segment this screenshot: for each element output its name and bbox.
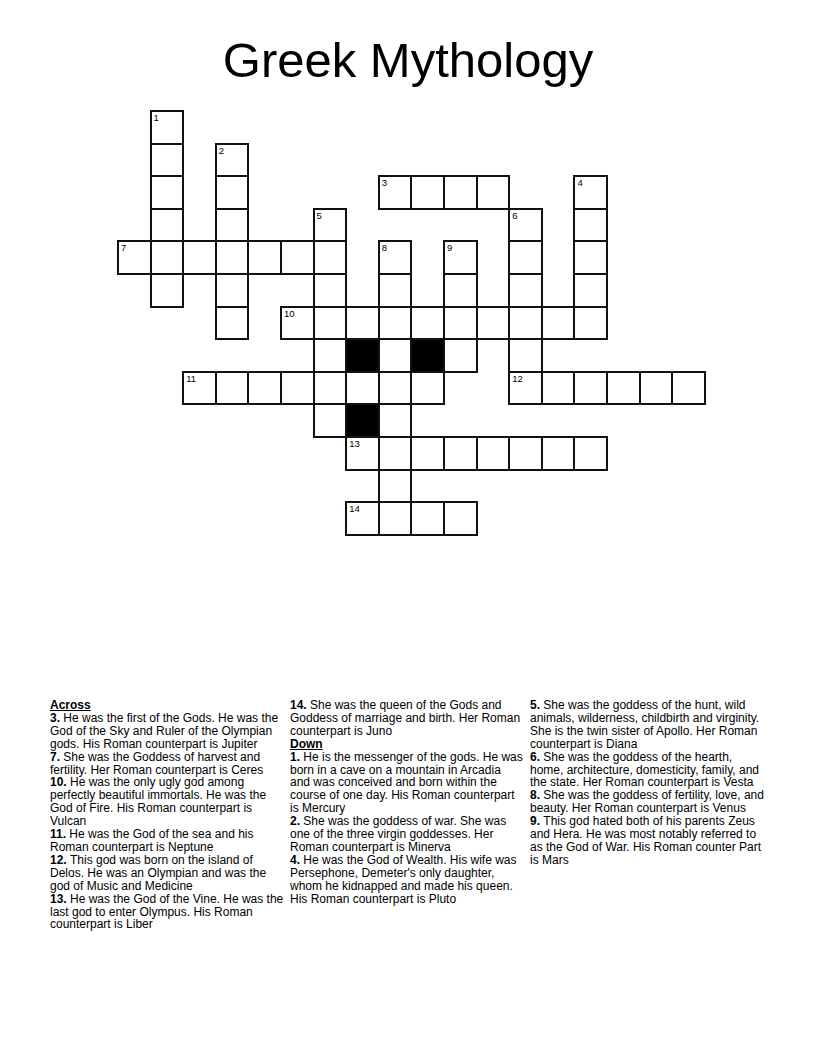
cell-number: 10	[284, 308, 295, 319]
cell-number: 3	[382, 177, 387, 188]
clue-text: This god was born on the island of Delos…	[50, 853, 266, 893]
cell-number: 1	[154, 112, 159, 123]
letter-cell[interactable]	[345, 371, 380, 406]
cell-number: 14	[349, 503, 360, 514]
letter-cell[interactable]: 6	[508, 208, 543, 243]
clue-text: She was the queen of the Gods and Goddes…	[290, 698, 520, 738]
letter-cell[interactable]	[573, 273, 608, 308]
letter-cell[interactable]	[280, 240, 315, 275]
letter-cell[interactable]	[150, 208, 185, 243]
puzzle-title: Greek Mythology	[0, 34, 816, 88]
letter-cell[interactable]	[313, 403, 348, 438]
clue-number-label: 4.	[290, 853, 303, 867]
letter-cell[interactable]	[313, 240, 348, 275]
letter-cell[interactable]	[606, 371, 641, 406]
letter-cell[interactable]: 1	[150, 110, 185, 145]
letter-cell[interactable]	[410, 436, 445, 471]
letter-cell[interactable]	[378, 371, 413, 406]
letter-cell[interactable]	[573, 436, 608, 471]
across-clue-13: 13. He was the God of the Vine. He was t…	[50, 893, 284, 932]
letter-cell[interactable]: 4	[573, 175, 608, 210]
letter-cell[interactable]	[378, 403, 413, 438]
cell-number: 5	[317, 210, 322, 221]
across-clue-12: 12. This god was born on the island of D…	[50, 854, 284, 893]
down-clue-8: 8. She was the goddess of fertility, lov…	[530, 789, 764, 815]
clue-text: He was the God of the Vine. He was the l…	[50, 892, 283, 932]
letter-cell[interactable]	[378, 306, 413, 341]
cell-number: 11	[186, 373, 196, 384]
letter-cell[interactable]: 12	[508, 371, 543, 406]
letter-cell[interactable]	[150, 273, 185, 308]
letter-cell[interactable]	[443, 306, 478, 341]
letter-cell[interactable]	[215, 240, 250, 275]
letter-cell[interactable]: 9	[443, 240, 478, 275]
letter-cell[interactable]	[410, 175, 445, 210]
letter-cell[interactable]	[215, 175, 250, 210]
down-clue-2: 2. She was the goddess of war. She was o…	[290, 815, 524, 854]
letter-cell[interactable]	[215, 273, 250, 308]
letter-cell[interactable]: 14	[345, 501, 380, 536]
clue-text: She was the goddess of war. She was one …	[290, 814, 506, 854]
clue-text: He was the first of the Gods. He was the…	[50, 711, 278, 751]
clues-section: Across3. He was the first of the Gods. H…	[50, 699, 770, 931]
clue-text: He was the God of the sea and his Roman …	[50, 827, 253, 854]
down-clue-1: 1. He is the messenger of the gods. He w…	[290, 751, 524, 816]
clue-number-label: 2.	[290, 814, 303, 828]
across-clue-7: 7. She was the Goddess of harvest and fe…	[50, 751, 284, 777]
letter-cell[interactable]	[313, 371, 348, 406]
clue-number-label: 6.	[530, 750, 543, 764]
across-clue-14: 14. She was the queen of the Gods and Go…	[290, 699, 524, 738]
clue-text: He is the messenger of the gods. He was …	[290, 750, 523, 816]
letter-cell[interactable]	[508, 240, 543, 275]
blocked-cell	[345, 338, 380, 373]
clue-text: He was the God of Wealth. His wife was P…	[290, 853, 517, 906]
letter-cell[interactable]	[573, 371, 608, 406]
letter-cell[interactable]	[476, 175, 511, 210]
cell-number: 4	[577, 177, 582, 188]
letter-cell[interactable]	[313, 273, 348, 308]
letter-cell[interactable]	[182, 240, 217, 275]
letter-cell[interactable]	[671, 371, 706, 406]
letter-cell[interactable]	[410, 306, 445, 341]
letter-cell[interactable]	[541, 371, 576, 406]
down-clue-6: 6. She was the goddess of the hearth, ho…	[530, 751, 764, 790]
letter-cell[interactable]	[313, 306, 348, 341]
letter-cell[interactable]: 10	[280, 306, 315, 341]
letter-cell[interactable]	[345, 306, 380, 341]
letter-cell[interactable]	[443, 273, 478, 308]
letter-cell[interactable]	[541, 306, 576, 341]
letter-cell[interactable]: 11	[182, 371, 217, 406]
letter-cell[interactable]	[378, 338, 413, 373]
letter-cell[interactable]	[541, 436, 576, 471]
letter-cell[interactable]	[443, 436, 478, 471]
letter-cell[interactable]	[215, 208, 250, 243]
letter-cell[interactable]: 8	[378, 240, 413, 275]
letter-cell[interactable]	[443, 338, 478, 373]
clue-column-2: 14. She was the queen of the Gods and Go…	[290, 699, 530, 931]
clue-number-label: 8.	[530, 788, 543, 802]
letter-cell[interactable]	[378, 436, 413, 471]
letter-cell[interactable]	[378, 501, 413, 536]
clue-number-label: 13.	[50, 892, 70, 906]
letter-cell[interactable]	[410, 501, 445, 536]
clue-number-label: 1.	[290, 750, 303, 764]
letter-cell[interactable]	[443, 175, 478, 210]
across-clue-11: 11. He was the God of the sea and his Ro…	[50, 828, 284, 854]
cell-number: 8	[382, 242, 387, 253]
down-clue-5: 5. She was the goddess of the hunt, wild…	[530, 699, 764, 751]
clue-text: She was the Goddess of harvest and ferti…	[50, 750, 263, 777]
letter-cell[interactable]	[508, 273, 543, 308]
clue-text: She was the goddess of fertility, love, …	[530, 788, 764, 815]
crossword-page: Greek Mythology 1234567891011121314 Acro…	[0, 0, 816, 1056]
across-clue-3: 3. He was the first of the Gods. He was …	[50, 712, 284, 751]
blocked-cell	[345, 403, 380, 438]
letter-cell[interactable]	[280, 371, 315, 406]
crossword-grid: 1234567891011121314	[117, 110, 709, 536]
clue-number-label: 11.	[50, 827, 69, 841]
letter-cell[interactable]	[476, 436, 511, 471]
clue-number-label: 7.	[50, 750, 63, 764]
clue-number-label: 9.	[530, 814, 543, 828]
letter-cell[interactable]	[215, 306, 250, 341]
letter-cell[interactable]	[378, 469, 413, 504]
letter-cell[interactable]	[508, 338, 543, 373]
down-clue-9: 9. This god hated both of his parents Ze…	[530, 815, 764, 867]
clue-text: This god hated both of his parents Zeus …	[530, 814, 761, 867]
letter-cell[interactable]	[508, 306, 543, 341]
clue-column-3: 5. She was the goddess of the hunt, wild…	[530, 699, 770, 931]
letter-cell[interactable]	[378, 273, 413, 308]
clue-column-1: Across3. He was the first of the Gods. H…	[50, 699, 290, 931]
clue-text: She was the goddess of the hearth, home,…	[530, 750, 759, 790]
cell-number: 7	[121, 242, 126, 253]
clue-text: She was the goddess of the hunt, wild an…	[530, 698, 759, 751]
cell-number: 13	[349, 438, 360, 449]
letter-cell[interactable]	[476, 306, 511, 341]
clue-number-label: 14.	[290, 698, 310, 712]
letter-cell[interactable]	[639, 371, 674, 406]
cell-number: 2	[219, 145, 224, 156]
clue-number-label: 10.	[50, 775, 70, 789]
clue-number-label: 3.	[50, 711, 63, 725]
letter-cell[interactable]	[443, 501, 478, 536]
letter-cell[interactable]	[573, 240, 608, 275]
letter-cell[interactable]: 7	[117, 240, 152, 275]
cell-number: 6	[512, 210, 517, 221]
letter-cell[interactable]	[215, 371, 250, 406]
letter-cell[interactable]	[410, 371, 445, 406]
down-clue-4: 4. He was the God of Wealth. His wife wa…	[290, 854, 524, 906]
letter-cell[interactable]: 3	[378, 175, 413, 210]
cell-number: 9	[447, 242, 452, 253]
letter-cell[interactable]: 5	[313, 208, 348, 243]
letter-cell[interactable]	[508, 436, 543, 471]
letter-cell[interactable]	[247, 240, 282, 275]
letter-cell[interactable]	[313, 338, 348, 373]
blocked-cell	[410, 338, 445, 373]
letter-cell[interactable]	[150, 143, 185, 178]
cell-number: 12	[512, 373, 523, 384]
letter-cell[interactable]	[573, 306, 608, 341]
letter-cell[interactable]	[150, 240, 185, 275]
across-clue-10: 10. He was the only ugly god among perfe…	[50, 776, 284, 828]
letter-cell[interactable]	[150, 175, 185, 210]
clue-number-label: 12.	[50, 853, 70, 867]
clue-text: He was the only ugly god among perfectly…	[50, 775, 266, 828]
letter-cell[interactable]: 2	[215, 143, 250, 178]
clue-number-label: 5.	[530, 698, 543, 712]
letter-cell[interactable]: 13	[345, 436, 380, 471]
letter-cell[interactable]	[247, 371, 282, 406]
letter-cell[interactable]	[573, 208, 608, 243]
